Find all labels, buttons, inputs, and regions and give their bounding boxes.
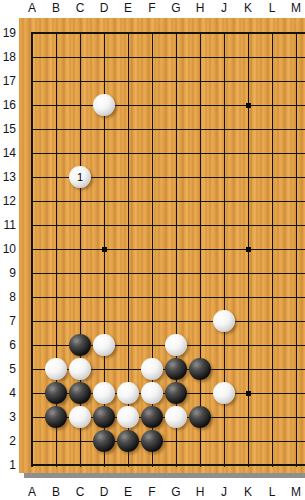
black-stone-f3[interactable] [141,406,163,428]
col-label-e: E [116,485,140,499]
col-label-b: B [44,485,68,499]
col-label-m: M [284,485,305,499]
col-label-d: D [92,1,116,15]
col-label-g: G [164,1,188,15]
row-label-5: 5 [0,362,16,376]
row-label-7: 7 [0,314,16,328]
grid-line-horizontal-2 [31,441,305,442]
star-point-d10 [102,247,107,252]
white-stone-c13[interactable]: 1 [69,166,91,188]
col-label-d: D [92,485,116,499]
go-board[interactable]: 1 [19,18,305,473]
white-stone-g6[interactable] [165,334,187,356]
black-stone-f2[interactable] [141,430,163,452]
row-label-10: 10 [0,242,16,256]
col-label-k: K [236,1,260,15]
col-label-l: L [260,1,284,15]
grid-line-horizontal-16 [31,105,305,106]
white-stone-f4[interactable] [141,382,163,404]
col-label-j: J [212,485,236,499]
col-label-c: C [68,485,92,499]
white-stone-c3[interactable] [69,406,91,428]
grid-line-horizontal-8 [31,297,305,298]
black-stone-d2[interactable] [93,430,115,452]
black-stone-g4[interactable] [165,382,187,404]
black-stone-b4[interactable] [45,382,67,404]
col-label-c: C [68,1,92,15]
col-label-f: F [140,485,164,499]
row-label-6: 6 [0,338,16,352]
grid-line-horizontal-19 [31,32,305,34]
row-label-4: 4 [0,386,16,400]
black-stone-c6[interactable] [69,334,91,356]
white-stone-e4[interactable] [117,382,139,404]
row-label-13: 13 [0,170,16,184]
grid-line-horizontal-10 [31,249,305,250]
white-stone-d4[interactable] [93,382,115,404]
star-point-k16 [246,103,251,108]
row-label-8: 8 [0,290,16,304]
col-label-j: J [212,1,236,15]
grid-line-horizontal-18 [31,57,305,58]
white-stone-d16[interactable] [93,94,115,116]
black-stone-h3[interactable] [189,406,211,428]
row-label-9: 9 [0,266,16,280]
row-label-3: 3 [0,410,16,424]
grid-line-horizontal-12 [31,201,305,202]
col-label-b: B [44,1,68,15]
col-label-g: G [164,485,188,499]
grid-line-horizontal-14 [31,153,305,154]
black-stone-b3[interactable] [45,406,67,428]
grid-line-horizontal-7 [31,321,305,322]
white-stone-c5[interactable] [69,358,91,380]
grid-line-horizontal-17 [31,81,305,82]
white-stone-j4[interactable] [213,382,235,404]
row-label-19: 19 [0,26,16,40]
col-label-h: H [188,485,212,499]
row-label-11: 11 [0,218,16,232]
col-label-e: E [116,1,140,15]
white-stone-g3[interactable] [165,406,187,428]
row-label-16: 16 [0,98,16,112]
black-stone-h5[interactable] [189,358,211,380]
col-label-f: F [140,1,164,15]
go-diagram-window: ABCDEFGHJKLM 191817161514131211109876543… [0,0,305,500]
black-stone-d3[interactable] [93,406,115,428]
row-label-18: 18 [0,50,16,64]
white-stone-f5[interactable] [141,358,163,380]
grid-line-horizontal-1 [31,464,305,466]
black-stone-e2[interactable] [117,430,139,452]
white-stone-e3[interactable] [117,406,139,428]
col-label-k: K [236,485,260,499]
white-stone-j7[interactable] [213,310,235,332]
col-label-l: L [260,485,284,499]
row-label-14: 14 [0,146,16,160]
col-label-m: M [284,1,305,15]
row-label-12: 12 [0,194,16,208]
col-label-a: A [20,1,44,15]
white-stone-b5[interactable] [45,358,67,380]
grid-line-horizontal-9 [31,273,305,274]
row-label-17: 17 [0,74,16,88]
col-label-a: A [20,485,44,499]
black-stone-c4[interactable] [69,382,91,404]
white-stone-d6[interactable] [93,334,115,356]
row-label-15: 15 [0,122,16,136]
black-stone-g5[interactable] [165,358,187,380]
col-label-h: H [188,1,212,15]
star-point-k4 [246,391,251,396]
grid-line-horizontal-11 [31,225,305,226]
star-point-k10 [246,247,251,252]
board-drop-shadow [24,473,305,478]
row-label-1: 1 [0,458,16,472]
row-label-2: 2 [0,434,16,448]
grid-line-horizontal-15 [31,129,305,130]
move-number-label: 1 [69,166,91,188]
